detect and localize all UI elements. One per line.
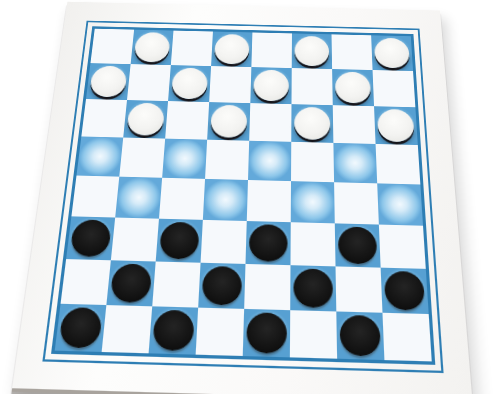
square-e3[interactable]: ⛂ [245,221,290,265]
square-h7[interactable] [373,70,416,107]
square-f1[interactable] [290,310,337,359]
square-g3[interactable]: ⛂ [335,223,381,267]
black-piece[interactable]: ⛂ [340,315,381,357]
square-f7[interactable] [291,68,332,105]
square-a6[interactable] [81,99,127,137]
white-piece[interactable]: ⛀ [214,34,250,65]
white-piece[interactable]: ⛀ [89,66,127,98]
square-b5[interactable] [119,138,165,178]
square-e7[interactable]: ⛀ [250,67,291,104]
black-piece[interactable]: ⛂ [110,263,152,303]
black-piece[interactable]: ⛂ [384,271,425,311]
square-a1[interactable]: ⛂ [55,304,107,352]
square-a7[interactable]: ⛀ [86,63,131,100]
square-d2[interactable]: ⛂ [198,263,245,309]
square-g6[interactable] [333,105,376,144]
black-piece[interactable]: ⛂ [152,310,195,352]
frame-inner-line: ⛀⛀⛀⛀⛀⛀⛀⛀⛀⛀⛀⛀⛂⛂⛂⛂⛂⛂⛂⛂⛂⛂⛂⛂ [51,26,435,365]
white-piece[interactable]: ⛀ [294,107,330,140]
square-e8[interactable] [251,32,292,68]
square-e6[interactable] [249,103,291,142]
black-piece[interactable]: ⛂ [249,224,288,262]
square-c2[interactable] [152,262,200,308]
square-a3[interactable]: ⛂ [66,216,115,260]
square-f2[interactable]: ⛂ [290,265,336,311]
black-piece[interactable]: ⛂ [338,226,377,264]
white-piece[interactable]: ⛀ [171,68,208,100]
square-g7[interactable]: ⛀ [332,69,374,106]
square-c8[interactable] [171,31,213,67]
square-g8[interactable] [332,34,373,70]
photo-background: ⛀⛀⛀⛀⛀⛀⛀⛀⛀⛀⛀⛀⛂⛂⛂⛂⛂⛂⛂⛂⛂⛂⛂⛂ [0,0,500,394]
square-b2[interactable]: ⛂ [106,260,155,306]
square-d6[interactable]: ⛀ [207,102,250,141]
square-g1[interactable]: ⛂ [336,311,384,360]
black-piece[interactable]: ⛂ [293,268,333,308]
board-mat: ⛀⛀⛀⛀⛀⛀⛀⛀⛀⛀⛀⛀⛂⛂⛂⛂⛂⛂⛂⛂⛂⛂⛂⛂ [12,2,472,394]
square-f4[interactable] [291,181,335,223]
square-b3[interactable] [111,218,159,262]
square-b7[interactable] [127,64,171,101]
white-piece[interactable]: ⛀ [126,103,165,136]
square-g4[interactable] [334,182,379,224]
frame-outer-line: ⛀⛀⛀⛀⛀⛀⛀⛀⛀⛀⛀⛀⛂⛂⛂⛂⛂⛂⛂⛂⛂⛂⛂⛂ [42,21,443,373]
white-piece[interactable]: ⛀ [210,105,247,138]
black-piece[interactable]: ⛂ [70,219,112,257]
square-e1[interactable]: ⛂ [243,309,290,357]
white-piece[interactable]: ⛀ [374,38,410,69]
square-h2[interactable]: ⛂ [381,268,429,314]
square-a5[interactable] [76,136,123,176]
square-e5[interactable] [248,141,291,181]
square-d3[interactable] [201,220,247,264]
square-d1[interactable] [196,308,245,356]
square-a2[interactable] [61,259,111,305]
square-h8[interactable]: ⛀ [371,35,413,71]
square-g5[interactable] [333,143,377,183]
black-piece[interactable]: ⛂ [202,266,243,306]
white-piece[interactable]: ⛀ [134,32,171,63]
square-b6[interactable]: ⛀ [123,100,168,139]
square-b4[interactable] [115,177,162,219]
square-c5[interactable] [162,139,207,179]
square-a4[interactable] [71,176,119,218]
square-c7[interactable]: ⛀ [168,65,211,102]
square-h5[interactable] [376,144,421,185]
black-piece[interactable]: ⛂ [246,312,287,354]
square-c3[interactable]: ⛂ [156,219,203,263]
square-h3[interactable] [379,225,426,269]
white-piece[interactable]: ⛀ [377,109,415,142]
white-piece[interactable]: ⛀ [295,36,330,67]
square-d7[interactable] [209,66,251,103]
square-f8[interactable]: ⛀ [292,33,332,69]
square-e4[interactable] [247,180,291,222]
square-h6[interactable]: ⛀ [374,106,418,145]
square-e2[interactable] [244,264,290,310]
square-a8[interactable] [90,29,134,64]
square-c6[interactable] [165,101,209,140]
square-g2[interactable] [336,266,383,312]
black-piece[interactable]: ⛂ [58,307,102,348]
square-d4[interactable] [203,179,248,221]
black-piece[interactable]: ⛂ [159,222,200,260]
square-d8[interactable]: ⛀ [211,32,252,68]
square-c1[interactable]: ⛂ [149,306,199,354]
square-d5[interactable] [205,140,249,180]
white-piece[interactable]: ⛀ [253,70,289,102]
square-c4[interactable] [159,178,205,220]
square-b1[interactable] [102,305,153,353]
square-h1[interactable] [382,313,431,362]
square-f3[interactable] [290,222,335,266]
square-b8[interactable]: ⛀ [131,30,174,65]
square-h4[interactable] [377,183,423,225]
white-piece[interactable]: ⛀ [335,72,371,104]
square-f5[interactable] [291,142,334,182]
square-f6[interactable]: ⛀ [291,104,333,143]
checkers-board: ⛀⛀⛀⛀⛀⛀⛀⛀⛀⛀⛀⛀⛂⛂⛂⛂⛂⛂⛂⛂⛂⛂⛂⛂ [55,29,432,362]
